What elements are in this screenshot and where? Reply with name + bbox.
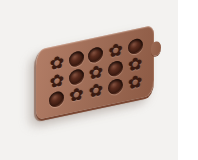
flower-cavity: ✿ <box>68 84 85 105</box>
background-white-strip <box>178 0 198 160</box>
mold-cell <box>106 75 126 97</box>
mold-cell: ✿ <box>67 83 87 105</box>
flower-cavity: ✿ <box>127 72 144 93</box>
round-cavity <box>108 59 123 77</box>
mold-cell: ✿ <box>86 79 106 101</box>
mold-cavity-grid: ✿✿✿✿✿✿✿✿ <box>47 35 145 110</box>
round-cavity <box>108 77 123 95</box>
product-photo: ✿✿✿✿✿✿✿✿ <box>0 0 198 160</box>
mold-cell <box>47 88 67 110</box>
mold-cell: ✿ <box>125 71 145 93</box>
round-cavity <box>49 90 64 108</box>
mold-tab <box>151 41 161 57</box>
round-cavity <box>69 49 84 67</box>
flower-cavity: ✿ <box>87 80 104 101</box>
chocolate-mold-tray: ✿✿✿✿✿✿✿✿ <box>36 25 154 120</box>
